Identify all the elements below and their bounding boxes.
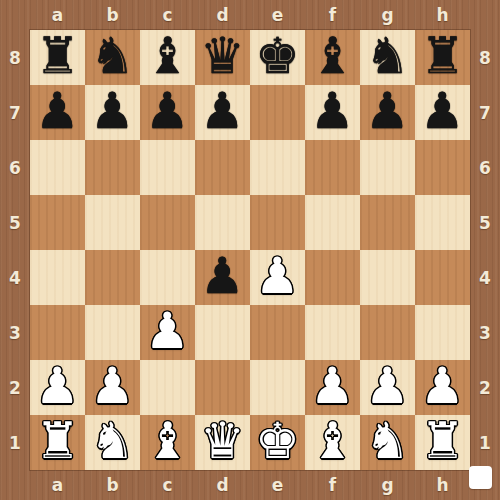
square-f2[interactable]: ♟ (305, 360, 360, 415)
file-label-g: g (360, 0, 415, 30)
square-h5[interactable] (415, 195, 470, 250)
square-g1[interactable]: ♞ (360, 415, 415, 470)
file-label-a: a (30, 470, 85, 500)
file-label-h: h (415, 0, 470, 30)
file-label-f: f (305, 470, 360, 500)
square-h6[interactable] (415, 140, 470, 195)
square-b5[interactable] (85, 195, 140, 250)
rank-labels-left: 87654321 (0, 30, 30, 470)
file-label-g: g (360, 470, 415, 500)
piece-white-rook-a1[interactable]: ♜ (35, 414, 80, 469)
rank-label-6: 6 (470, 140, 500, 195)
piece-black-pawn-g7[interactable]: ♟ (365, 84, 410, 139)
piece-black-knight-g8[interactable]: ♞ (365, 29, 410, 84)
rank-labels-right: 87654321 (470, 30, 500, 470)
piece-white-pawn-b2[interactable]: ♟ (90, 359, 135, 414)
square-b4[interactable] (85, 250, 140, 305)
piece-black-pawn-b7[interactable]: ♟ (90, 84, 135, 139)
square-c3[interactable]: ♟ (140, 305, 195, 360)
square-e3[interactable] (250, 305, 305, 360)
rank-label-8: 8 (0, 30, 30, 85)
square-g8[interactable]: ♞ (360, 30, 415, 85)
piece-black-rook-h8[interactable]: ♜ (420, 29, 465, 84)
file-label-c: c (140, 470, 195, 500)
square-e6[interactable] (250, 140, 305, 195)
square-g2[interactable]: ♟ (360, 360, 415, 415)
piece-white-pawn-e4[interactable]: ♟ (255, 249, 300, 304)
file-label-d: d (195, 0, 250, 30)
square-e1[interactable]: ♚ (250, 415, 305, 470)
piece-white-pawn-c3[interactable]: ♟ (145, 304, 190, 359)
square-b6[interactable] (85, 140, 140, 195)
square-a1[interactable]: ♜ (30, 415, 85, 470)
square-b2[interactable]: ♟ (85, 360, 140, 415)
piece-white-knight-g1[interactable]: ♞ (365, 414, 410, 469)
square-f3[interactable] (305, 305, 360, 360)
square-e8[interactable]: ♚ (250, 30, 305, 85)
square-d1[interactable]: ♛ (195, 415, 250, 470)
square-a8[interactable]: ♜ (30, 30, 85, 85)
file-label-d: d (195, 470, 250, 500)
square-c1[interactable]: ♝ (140, 415, 195, 470)
square-f4[interactable] (305, 250, 360, 305)
piece-black-pawn-d4[interactable]: ♟ (200, 249, 245, 304)
file-label-a: a (30, 0, 85, 30)
piece-black-pawn-f7[interactable]: ♟ (310, 84, 355, 139)
square-a4[interactable] (30, 250, 85, 305)
chess-board-frame: abcdefgh abcdefgh 87654321 87654321 ♜♞♝♛… (0, 0, 500, 500)
square-e7[interactable] (250, 85, 305, 140)
chess-board: ♜♞♝♛♚♝♞♜♟♟♟♟♟♟♟♟♟♟♟♟♟♟♟♜♞♝♛♚♝♞♜ (30, 30, 470, 470)
square-e5[interactable] (250, 195, 305, 250)
square-b8[interactable]: ♞ (85, 30, 140, 85)
piece-black-pawn-c7[interactable]: ♟ (145, 84, 190, 139)
piece-black-pawn-h7[interactable]: ♟ (420, 84, 465, 139)
piece-black-knight-b8[interactable]: ♞ (90, 29, 135, 84)
piece-white-pawn-g2[interactable]: ♟ (365, 359, 410, 414)
file-label-h: h (415, 470, 470, 500)
square-g7[interactable]: ♟ (360, 85, 415, 140)
square-c7[interactable]: ♟ (140, 85, 195, 140)
piece-white-pawn-h2[interactable]: ♟ (420, 359, 465, 414)
piece-black-rook-a8[interactable]: ♜ (35, 29, 80, 84)
piece-white-king-e1[interactable]: ♚ (255, 414, 300, 469)
square-b1[interactable]: ♞ (85, 415, 140, 470)
rank-label-2: 2 (0, 360, 30, 415)
square-g4[interactable] (360, 250, 415, 305)
square-d4[interactable]: ♟ (195, 250, 250, 305)
square-e4[interactable]: ♟ (250, 250, 305, 305)
square-c6[interactable] (140, 140, 195, 195)
square-c5[interactable] (140, 195, 195, 250)
piece-black-king-e8[interactable]: ♚ (255, 29, 300, 84)
square-a2[interactable]: ♟ (30, 360, 85, 415)
rank-label-3: 3 (0, 305, 30, 360)
square-f8[interactable]: ♝ (305, 30, 360, 85)
square-h1[interactable]: ♜ (415, 415, 470, 470)
piece-black-pawn-a7[interactable]: ♟ (35, 84, 80, 139)
square-d6[interactable] (195, 140, 250, 195)
piece-black-bishop-f8[interactable]: ♝ (310, 29, 355, 84)
piece-white-bishop-f1[interactable]: ♝ (310, 414, 355, 469)
square-h2[interactable]: ♟ (415, 360, 470, 415)
square-g3[interactable] (360, 305, 415, 360)
square-f1[interactable]: ♝ (305, 415, 360, 470)
white-square-badge-icon (469, 466, 492, 489)
rank-label-3: 3 (470, 305, 500, 360)
piece-black-bishop-c8[interactable]: ♝ (145, 29, 190, 84)
rank-label-6: 6 (0, 140, 30, 195)
square-c8[interactable]: ♝ (140, 30, 195, 85)
file-label-e: e (250, 0, 305, 30)
piece-white-bishop-c1[interactable]: ♝ (145, 414, 190, 469)
file-label-b: b (85, 0, 140, 30)
square-b7[interactable]: ♟ (85, 85, 140, 140)
square-c4[interactable] (140, 250, 195, 305)
square-a6[interactable] (30, 140, 85, 195)
piece-white-rook-h1[interactable]: ♜ (420, 414, 465, 469)
rank-label-8: 8 (470, 30, 500, 85)
rank-label-5: 5 (0, 195, 30, 250)
square-d8[interactable]: ♛ (195, 30, 250, 85)
square-h8[interactable]: ♜ (415, 30, 470, 85)
square-g5[interactable] (360, 195, 415, 250)
piece-black-pawn-d7[interactable]: ♟ (200, 84, 245, 139)
square-e2[interactable] (250, 360, 305, 415)
square-f7[interactable]: ♟ (305, 85, 360, 140)
file-label-f: f (305, 0, 360, 30)
rank-label-5: 5 (470, 195, 500, 250)
square-b3[interactable] (85, 305, 140, 360)
square-f6[interactable] (305, 140, 360, 195)
square-g6[interactable] (360, 140, 415, 195)
file-labels-top: abcdefgh (30, 0, 470, 30)
rank-label-1: 1 (0, 415, 30, 470)
file-label-c: c (140, 0, 195, 30)
square-a3[interactable] (30, 305, 85, 360)
piece-white-queen-d1[interactable]: ♛ (200, 414, 245, 469)
rank-label-4: 4 (0, 250, 30, 305)
piece-black-queen-d8[interactable]: ♛ (200, 29, 245, 84)
rank-label-7: 7 (470, 85, 500, 140)
square-h4[interactable] (415, 250, 470, 305)
square-h3[interactable] (415, 305, 470, 360)
rank-label-7: 7 (0, 85, 30, 140)
file-labels-bottom: abcdefgh (30, 470, 470, 500)
rank-label-2: 2 (470, 360, 500, 415)
square-a5[interactable] (30, 195, 85, 250)
square-d2[interactable] (195, 360, 250, 415)
square-d3[interactable] (195, 305, 250, 360)
square-d7[interactable]: ♟ (195, 85, 250, 140)
rank-label-1: 1 (470, 415, 500, 470)
square-d5[interactable] (195, 195, 250, 250)
rank-label-4: 4 (470, 250, 500, 305)
square-h7[interactable]: ♟ (415, 85, 470, 140)
file-label-e: e (250, 470, 305, 500)
square-f5[interactable] (305, 195, 360, 250)
file-label-b: b (85, 470, 140, 500)
piece-white-pawn-f2[interactable]: ♟ (310, 359, 355, 414)
piece-white-knight-b1[interactable]: ♞ (90, 414, 135, 469)
square-a7[interactable]: ♟ (30, 85, 85, 140)
square-c2[interactable] (140, 360, 195, 415)
piece-white-pawn-a2[interactable]: ♟ (35, 359, 80, 414)
